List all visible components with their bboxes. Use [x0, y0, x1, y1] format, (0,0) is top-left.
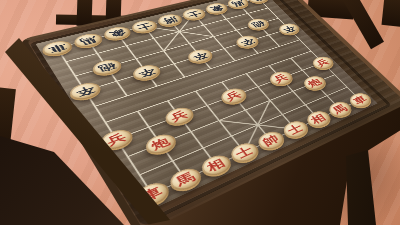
piece-red-cannon-left[interactable]: 炮 — [141, 131, 179, 157]
black-soldier-1-glyph: 卒 — [74, 84, 96, 97]
black-advisor-left-glyph: 士 — [135, 22, 154, 32]
black-soldier-5-glyph: 卒 — [281, 25, 297, 34]
black-horse-left-glyph: 馬 — [78, 35, 98, 46]
red-horse-left-glyph: 馬 — [173, 170, 197, 187]
black-cannon-right-glyph: 砲 — [250, 20, 266, 29]
red-general-glyph: 帥 — [261, 133, 281, 147]
right-chair-post — [381, 0, 400, 27]
piece-black-soldier-4[interactable]: 卒 — [233, 34, 262, 50]
black-general-glyph: 將 — [161, 15, 179, 24]
piece-black-cannon-left[interactable]: 砲 — [89, 57, 124, 77]
piece-black-cannon-right[interactable]: 砲 — [244, 17, 271, 32]
black-soldier-3-glyph: 卒 — [190, 51, 209, 62]
black-chariot-right-glyph: 車 — [250, 0, 266, 2]
piece-black-horse-right[interactable]: 馬 — [224, 0, 251, 10]
piece-red-cannon-right[interactable]: 炮 — [300, 74, 329, 92]
black-soldier-4-glyph: 卒 — [238, 37, 255, 47]
red-advisor-right-glyph: 士 — [286, 123, 305, 136]
red-elephant-left-glyph: 相 — [205, 157, 227, 173]
red-soldier-2-glyph: 兵 — [168, 109, 189, 123]
black-elephant-left-glyph: 象 — [107, 28, 127, 38]
red-soldier-5-glyph: 兵 — [314, 58, 331, 68]
black-cannon-left-glyph: 砲 — [96, 61, 117, 73]
black-elephant-right-glyph: 象 — [208, 4, 225, 12]
piece-red-soldier-2[interactable]: 兵 — [161, 105, 197, 128]
red-soldier-3-glyph: 兵 — [224, 90, 243, 102]
piece-black-soldier-3[interactable]: 卒 — [184, 47, 215, 65]
black-chariot-left-glyph: 車 — [46, 42, 67, 53]
piece-red-soldier-4[interactable]: 兵 — [266, 69, 296, 87]
red-soldier-1-glyph: 兵 — [104, 131, 128, 147]
red-horse-right-glyph: 馬 — [331, 103, 349, 115]
red-chariot-right-glyph: 車 — [351, 94, 368, 105]
black-horse-right-glyph: 馬 — [230, 0, 246, 7]
red-elephant-right-glyph: 相 — [309, 113, 328, 126]
piece-red-soldier-3[interactable]: 兵 — [217, 86, 249, 106]
red-advisor-left-glyph: 士 — [234, 145, 255, 160]
red-soldier-4-glyph: 兵 — [272, 73, 290, 84]
piece-black-soldier-2[interactable]: 卒 — [129, 63, 163, 83]
red-cannon-left-glyph: 炮 — [149, 136, 172, 151]
black-soldier-2-glyph: 卒 — [136, 66, 156, 78]
black-advisor-right-glyph: 士 — [185, 10, 202, 19]
red-cannon-right-glyph: 炮 — [306, 77, 323, 88]
xiangqi-photo-scene: 車馬象士將士象馬車砲砲卒卒卒卒卒兵兵兵兵兵炮炮車馬相士帥士相馬車 Xiangqi… — [0, 0, 400, 225]
